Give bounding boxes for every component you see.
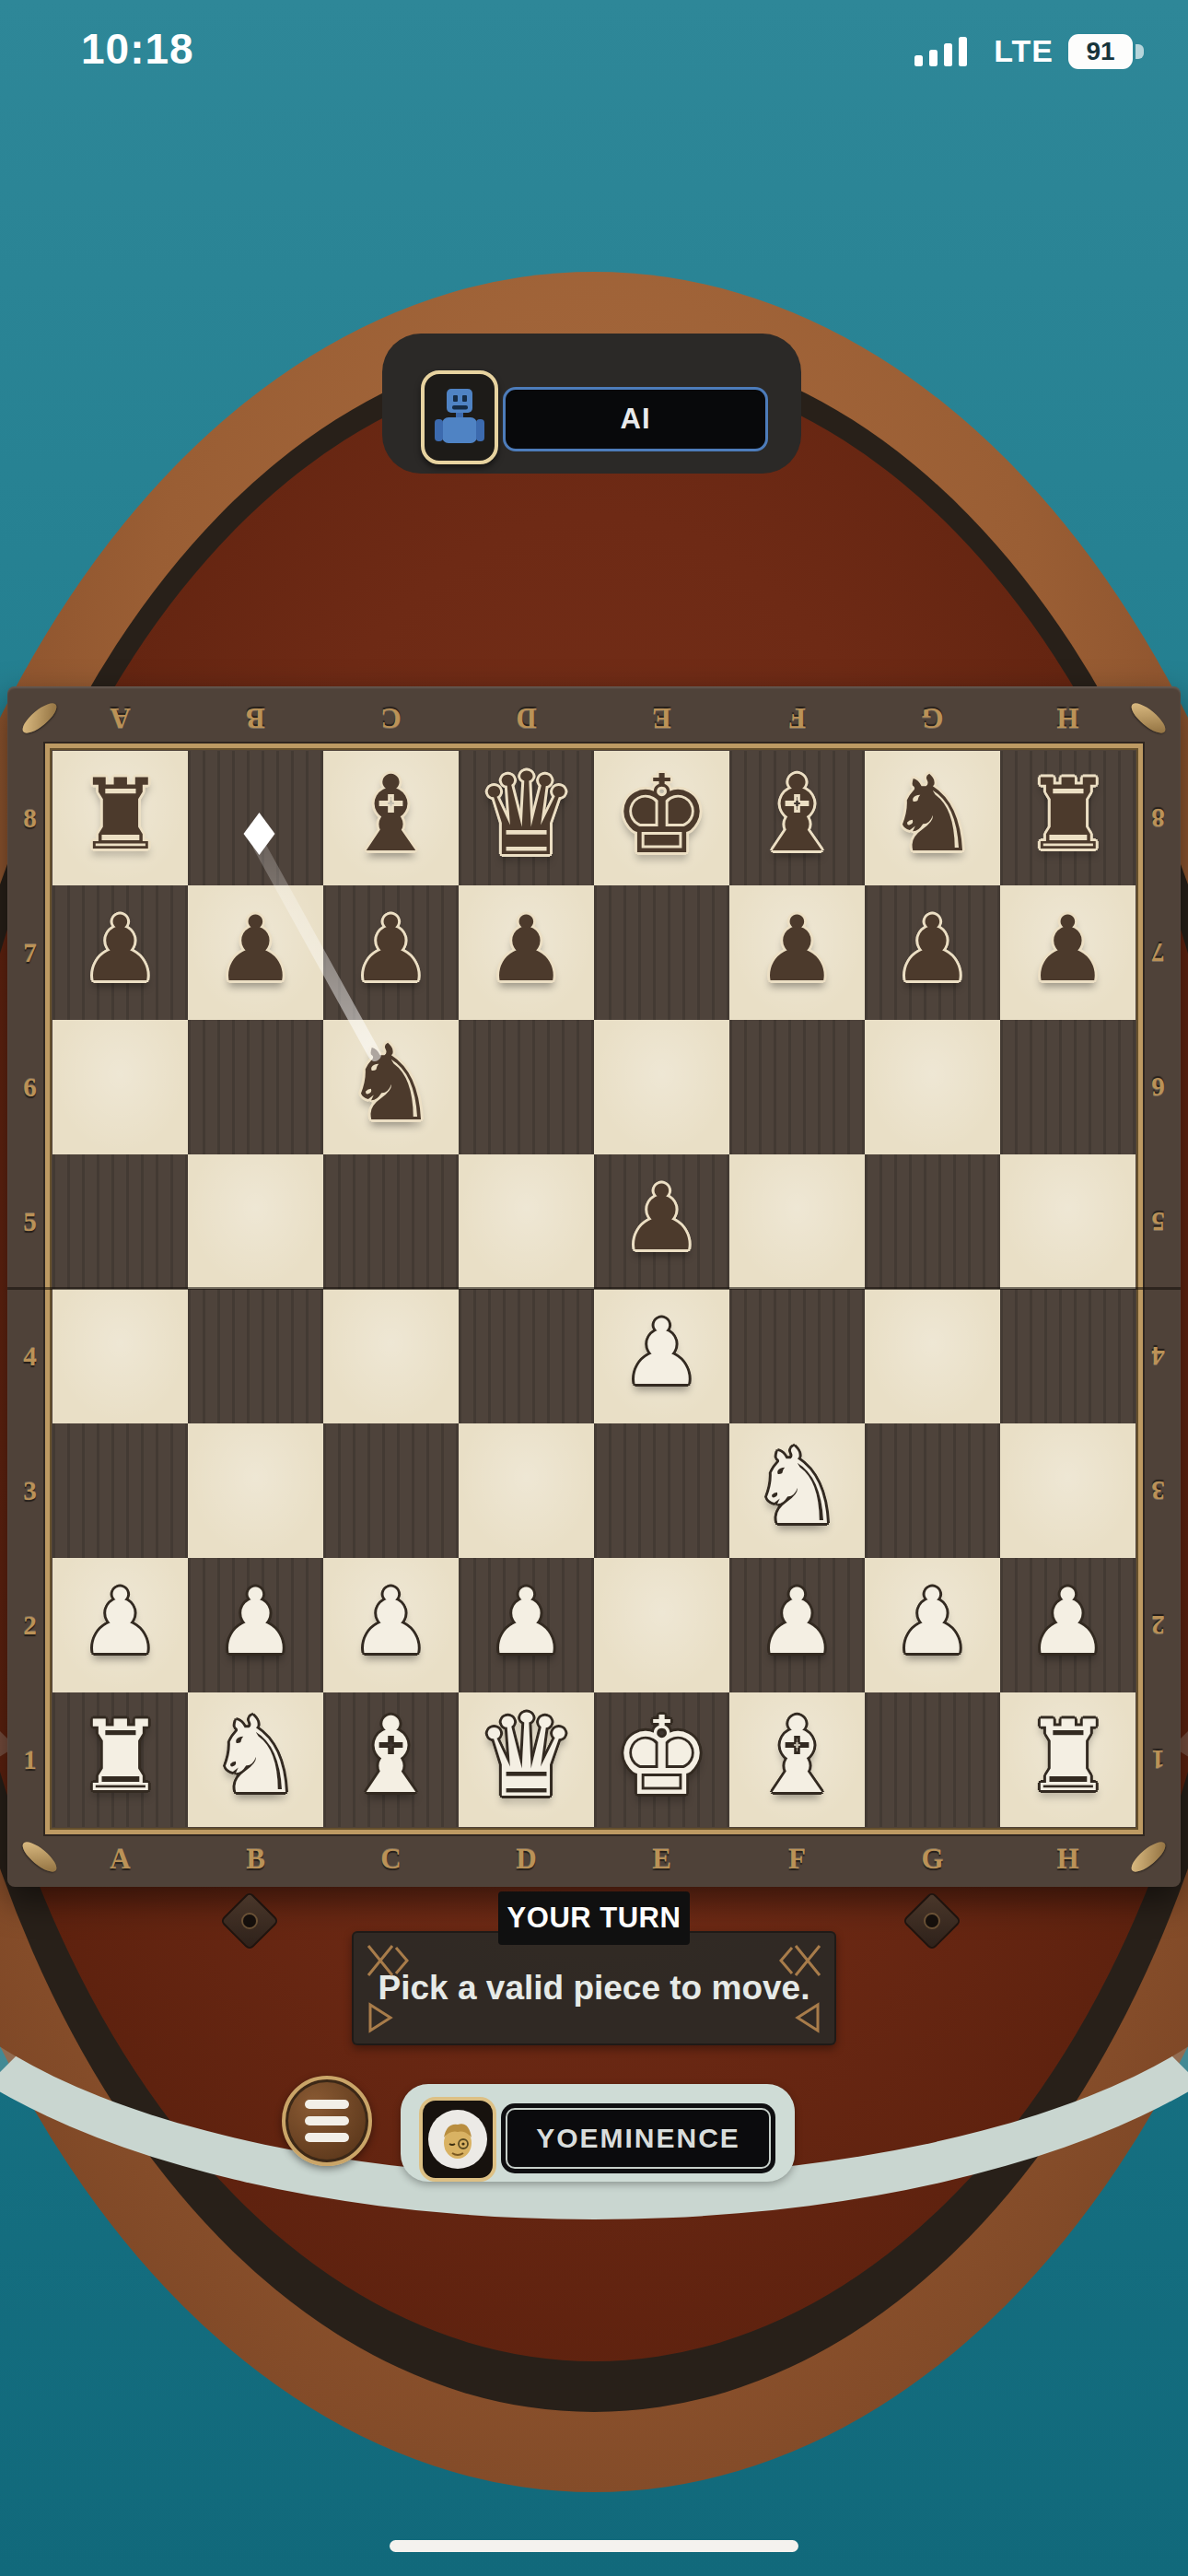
piece-black-pawn-b7[interactable]: ♟ [215, 904, 297, 994]
piece-white-rook-h1[interactable]: ♜ [1024, 1707, 1112, 1805]
square-b4[interactable] [188, 1289, 323, 1423]
opponent-name: AI [621, 403, 651, 436]
square-a1[interactable]: ♜ [52, 1692, 188, 1827]
square-f4[interactable] [729, 1289, 865, 1423]
piece-black-king-e8[interactable]: ♚ [613, 760, 711, 869]
menu-button[interactable] [282, 2076, 372, 2166]
coord-label: F [729, 694, 865, 742]
hamburger-icon [305, 2116, 349, 2125]
square-g6[interactable] [865, 1020, 1000, 1154]
coord-label: A [52, 1836, 188, 1882]
square-g3[interactable] [865, 1423, 1000, 1558]
piece-black-pawn-h7[interactable]: ♟ [1028, 904, 1109, 994]
hamburger-icon [305, 2100, 349, 2109]
square-g7[interactable]: ♟ [865, 885, 1000, 1020]
file-labels-top: ABCDEFGH [52, 694, 1136, 742]
square-a6[interactable] [52, 1020, 188, 1154]
hint-text: Pick a valid piece to move. [379, 1969, 810, 2008]
battery-nub [1136, 44, 1144, 59]
square-a8[interactable]: ♜ [52, 751, 188, 885]
piece-black-pawn-c7[interactable]: ♟ [351, 904, 432, 994]
square-c5[interactable] [323, 1154, 459, 1289]
piece-white-knight-b1[interactable]: ♞ [208, 1704, 302, 1809]
piece-white-knight-f3[interactable]: ♞ [750, 1434, 844, 1540]
square-c3[interactable] [323, 1423, 459, 1558]
square-h8[interactable]: ♜ [1000, 751, 1136, 885]
square-f3[interactable]: ♞ [729, 1423, 865, 1558]
square-f7[interactable]: ♟ [729, 885, 865, 1020]
piece-black-rook-a8[interactable]: ♜ [76, 766, 164, 863]
battery-icon: 91 [1068, 34, 1144, 69]
square-d6[interactable] [459, 1020, 594, 1154]
piece-black-pawn-g7[interactable]: ♟ [892, 904, 973, 994]
square-h5[interactable] [1000, 1154, 1136, 1289]
square-b7[interactable]: ♟ [188, 885, 323, 1020]
piece-white-king-e1[interactable]: ♚ [613, 1702, 711, 1810]
piece-white-pawn-h2[interactable]: ♟ [1028, 1576, 1109, 1667]
piece-white-pawn-e4[interactable]: ♟ [622, 1307, 703, 1398]
piece-white-pawn-b2[interactable]: ♟ [215, 1576, 297, 1667]
player-name-plate: YOEMINENCE [506, 2108, 771, 2169]
square-a3[interactable] [52, 1423, 188, 1558]
piece-white-pawn-g2[interactable]: ♟ [892, 1576, 973, 1667]
piece-black-pawn-d7[interactable]: ♟ [486, 904, 567, 994]
square-e8[interactable]: ♚ [594, 751, 729, 885]
square-f6[interactable] [729, 1020, 865, 1154]
hint-panel: Pick a valid piece to move. [352, 1931, 836, 2045]
player-avatar[interactable] [419, 2097, 496, 2182]
square-h7[interactable]: ♟ [1000, 885, 1136, 1020]
square-h1[interactable]: ♜ [1000, 1692, 1136, 1827]
coord-label: B [188, 694, 323, 742]
square-d4[interactable] [459, 1289, 594, 1423]
square-a4[interactable] [52, 1289, 188, 1423]
coord-label: A [52, 694, 188, 742]
status-bar: 10:18 LTE 91 [0, 0, 1188, 92]
square-e3[interactable] [594, 1423, 729, 1558]
piece-black-pawn-f7[interactable]: ♟ [757, 904, 838, 994]
player-name: YOEMINENCE [536, 2123, 740, 2154]
coord-label: G [865, 694, 1000, 742]
square-d7[interactable]: ♟ [459, 885, 594, 1020]
square-d5[interactable] [459, 1154, 594, 1289]
square-f1[interactable]: ♝ [729, 1692, 865, 1827]
piece-black-rook-h8[interactable]: ♜ [1024, 766, 1112, 863]
coord-label: H [1000, 694, 1136, 742]
square-e2[interactable] [594, 1558, 729, 1692]
square-d8[interactable]: ♛ [459, 751, 594, 885]
chess-board: ABCDEFGH ABCDEFGH 87654321 87654321 ♜♝♛♚… [7, 686, 1181, 1887]
piece-black-knight-c6[interactable]: ♞ [344, 1031, 437, 1136]
square-f5[interactable] [729, 1154, 865, 1289]
file-labels-bottom: ABCDEFGH [52, 1836, 1136, 1882]
square-d2[interactable]: ♟ [459, 1558, 594, 1692]
square-e5[interactable]: ♟ [594, 1154, 729, 1289]
piece-black-bishop-f8[interactable]: ♝ [750, 762, 844, 867]
square-c4[interactable] [323, 1289, 459, 1423]
coord-label: E [594, 694, 729, 742]
coord-label: D [459, 1836, 594, 1882]
piece-white-queen-d1[interactable]: ♛ [475, 1699, 577, 1813]
square-g2[interactable]: ♟ [865, 1558, 1000, 1692]
square-b5[interactable] [188, 1154, 323, 1289]
piece-white-pawn-a2[interactable]: ♟ [80, 1576, 161, 1667]
square-d1[interactable]: ♛ [459, 1692, 594, 1827]
piece-white-bishop-c1[interactable]: ♝ [344, 1704, 437, 1809]
square-a5[interactable] [52, 1154, 188, 1289]
game-screen: 10:18 LTE 91 [0, 0, 1188, 2576]
square-g5[interactable] [865, 1154, 1000, 1289]
piece-black-knight-g8[interactable]: ♞ [885, 762, 979, 867]
avatar-face-icon [428, 2110, 487, 2169]
clock: 10:18 [81, 24, 194, 74]
robot-icon [432, 384, 487, 451]
network-type: LTE [994, 33, 1054, 69]
opponent-avatar[interactable] [421, 370, 498, 464]
square-h3[interactable] [1000, 1423, 1136, 1558]
coord-label: G [865, 1836, 1000, 1882]
square-b6[interactable] [188, 1020, 323, 1154]
square-a2[interactable]: ♟ [52, 1558, 188, 1692]
square-b8[interactable] [188, 751, 323, 885]
square-h4[interactable] [1000, 1289, 1136, 1423]
square-e6[interactable] [594, 1020, 729, 1154]
square-e7[interactable] [594, 885, 729, 1020]
signal-strength-icon [913, 35, 979, 68]
square-d3[interactable] [459, 1423, 594, 1558]
piece-white-rook-a1[interactable]: ♜ [76, 1707, 164, 1805]
hamburger-icon [305, 2133, 349, 2142]
square-a7[interactable]: ♟ [52, 885, 188, 1020]
square-c7[interactable]: ♟ [323, 885, 459, 1020]
piece-black-bishop-c8[interactable]: ♝ [344, 762, 437, 867]
piece-white-pawn-f2[interactable]: ♟ [757, 1576, 838, 1667]
square-g1[interactable] [865, 1692, 1000, 1827]
square-b3[interactable] [188, 1423, 323, 1558]
home-indicator[interactable] [390, 2540, 798, 2552]
opponent-name-plate: AI [503, 387, 768, 451]
square-f8[interactable]: ♝ [729, 751, 865, 885]
coord-label: C [323, 694, 459, 742]
square-c2[interactable]: ♟ [323, 1558, 459, 1692]
coord-label: H [1000, 1836, 1136, 1882]
piece-white-pawn-d2[interactable]: ♟ [486, 1576, 567, 1667]
coord-label: E [594, 1836, 729, 1882]
piece-black-queen-d8[interactable]: ♛ [475, 757, 577, 872]
battery-percent: 91 [1086, 37, 1114, 66]
square-h6[interactable] [1000, 1020, 1136, 1154]
square-g4[interactable] [865, 1289, 1000, 1423]
square-f2[interactable]: ♟ [729, 1558, 865, 1692]
piece-white-pawn-c2[interactable]: ♟ [351, 1576, 432, 1667]
turn-banner-label: YOUR TURN [507, 1902, 681, 1935]
piece-black-pawn-a7[interactable]: ♟ [80, 904, 161, 994]
square-h2[interactable]: ♟ [1000, 1558, 1136, 1692]
square-e1[interactable]: ♚ [594, 1692, 729, 1827]
coord-label: B [188, 1836, 323, 1882]
coord-label: C [323, 1836, 459, 1882]
coord-label: F [729, 1836, 865, 1882]
piece-white-bishop-f1[interactable]: ♝ [750, 1704, 844, 1809]
board-fold-seam [7, 1287, 1181, 1290]
coord-label: D [459, 694, 594, 742]
square-c8[interactable]: ♝ [323, 751, 459, 885]
turn-banner: YOUR TURN [498, 1891, 690, 1945]
square-e4[interactable]: ♟ [594, 1289, 729, 1423]
square-g8[interactable]: ♞ [865, 751, 1000, 885]
square-c6[interactable]: ♞ [323, 1020, 459, 1154]
square-b2[interactable]: ♟ [188, 1558, 323, 1692]
square-b1[interactable]: ♞ [188, 1692, 323, 1827]
square-c1[interactable]: ♝ [323, 1692, 459, 1827]
piece-black-pawn-e5[interactable]: ♟ [622, 1173, 703, 1263]
